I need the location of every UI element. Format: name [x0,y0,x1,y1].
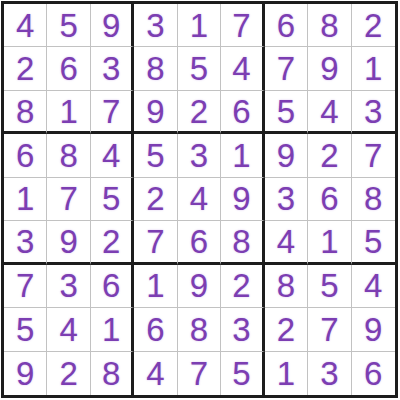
cell-r1c6[interactable]: 7 [221,4,264,47]
cell-r6c9[interactable]: 5 [352,221,395,264]
cell-r9c6[interactable]: 5 [221,352,264,395]
cell-r6c2[interactable]: 9 [47,221,90,264]
cell-r4c7[interactable]: 9 [265,134,308,177]
cell-r8c6[interactable]: 3 [221,308,264,351]
cell-r8c9[interactable]: 9 [352,308,395,351]
cell-r3c3[interactable]: 7 [91,91,134,134]
cell-r5c1[interactable]: 1 [4,178,47,221]
cell-r5c5[interactable]: 4 [178,178,221,221]
cell-r3c2[interactable]: 1 [47,91,90,134]
cell-r5c9[interactable]: 8 [352,178,395,221]
cell-r3c6[interactable]: 6 [221,91,264,134]
cell-r8c4[interactable]: 6 [134,308,177,351]
cell-r7c2[interactable]: 3 [47,265,90,308]
cell-r1c2[interactable]: 5 [47,4,90,47]
cell-r4c9[interactable]: 7 [352,134,395,177]
cell-r3c9[interactable]: 3 [352,91,395,134]
cell-r7c1[interactable]: 7 [4,265,47,308]
cell-r8c1[interactable]: 5 [4,308,47,351]
cell-r6c3[interactable]: 2 [91,221,134,264]
cell-r1c5[interactable]: 1 [178,4,221,47]
cell-r7c5[interactable]: 9 [178,265,221,308]
cell-r5c4[interactable]: 2 [134,178,177,221]
cell-r3c1[interactable]: 8 [4,91,47,134]
cell-r8c3[interactable]: 1 [91,308,134,351]
cell-r9c2[interactable]: 2 [47,352,90,395]
cell-r2c5[interactable]: 5 [178,47,221,90]
sudoku-board: 4593176822638547918179265436845319271752… [1,1,398,398]
cell-r2c7[interactable]: 7 [265,47,308,90]
cell-r7c7[interactable]: 8 [265,265,308,308]
cell-r9c9[interactable]: 6 [352,352,395,395]
cell-r7c6[interactable]: 2 [221,265,264,308]
cell-r4c5[interactable]: 3 [178,134,221,177]
cell-r5c8[interactable]: 6 [308,178,351,221]
cell-r9c1[interactable]: 9 [4,352,47,395]
cell-r2c1[interactable]: 2 [4,47,47,90]
cell-r2c8[interactable]: 9 [308,47,351,90]
cell-r4c8[interactable]: 2 [308,134,351,177]
cell-r6c5[interactable]: 6 [178,221,221,264]
cell-r1c4[interactable]: 3 [134,4,177,47]
cell-r6c1[interactable]: 3 [4,221,47,264]
cell-r3c8[interactable]: 4 [308,91,351,134]
cell-r9c5[interactable]: 7 [178,352,221,395]
cell-r5c6[interactable]: 9 [221,178,264,221]
cell-r1c3[interactable]: 9 [91,4,134,47]
cell-r8c2[interactable]: 4 [47,308,90,351]
cell-r6c6[interactable]: 8 [221,221,264,264]
cell-r3c4[interactable]: 9 [134,91,177,134]
cell-r9c7[interactable]: 1 [265,352,308,395]
cell-r5c7[interactable]: 3 [265,178,308,221]
cell-r2c6[interactable]: 4 [221,47,264,90]
cell-r6c4[interactable]: 7 [134,221,177,264]
cell-r9c4[interactable]: 4 [134,352,177,395]
cell-r2c9[interactable]: 1 [352,47,395,90]
cell-r5c3[interactable]: 5 [91,178,134,221]
cell-r3c5[interactable]: 2 [178,91,221,134]
cell-r6c8[interactable]: 1 [308,221,351,264]
cell-r7c9[interactable]: 4 [352,265,395,308]
cell-r4c1[interactable]: 6 [4,134,47,177]
cell-r7c4[interactable]: 1 [134,265,177,308]
cell-r9c3[interactable]: 8 [91,352,134,395]
cell-r8c7[interactable]: 2 [265,308,308,351]
cell-r7c8[interactable]: 5 [308,265,351,308]
cell-r2c4[interactable]: 8 [134,47,177,90]
cell-r1c8[interactable]: 8 [308,4,351,47]
cell-r9c8[interactable]: 3 [308,352,351,395]
cell-r7c3[interactable]: 6 [91,265,134,308]
cell-r3c7[interactable]: 5 [265,91,308,134]
cell-r6c7[interactable]: 4 [265,221,308,264]
cell-r8c8[interactable]: 7 [308,308,351,351]
cell-r4c3[interactable]: 4 [91,134,134,177]
cell-r1c7[interactable]: 6 [265,4,308,47]
cell-r1c1[interactable]: 4 [4,4,47,47]
cell-r4c4[interactable]: 5 [134,134,177,177]
cell-r2c2[interactable]: 6 [47,47,90,90]
cell-r2c3[interactable]: 3 [91,47,134,90]
cell-r4c2[interactable]: 8 [47,134,90,177]
cell-r8c5[interactable]: 8 [178,308,221,351]
cell-r4c6[interactable]: 1 [221,134,264,177]
cell-r5c2[interactable]: 7 [47,178,90,221]
cell-r1c9[interactable]: 2 [352,4,395,47]
